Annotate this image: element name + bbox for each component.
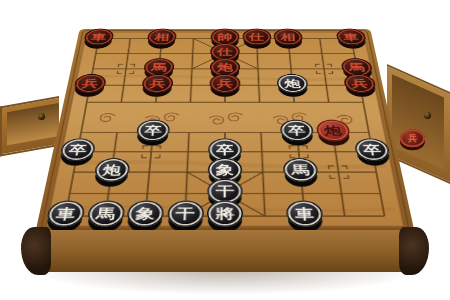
piece-glyph: 干	[175, 207, 195, 221]
black-soldier[interactable]: 卒	[280, 120, 315, 141]
black-elephant[interactable]: 象	[126, 201, 164, 227]
piece-glyph: 兵	[149, 78, 166, 88]
piece-glyph: 炮	[284, 78, 301, 88]
corner-cap-left	[21, 227, 51, 275]
piece-glyph: 車	[91, 33, 108, 42]
piece-glyph: 相	[280, 33, 296, 42]
piece-glyph: 卒	[362, 144, 382, 156]
black-soldier[interactable]: 卒	[59, 139, 97, 161]
left-drawer[interactable]	[0, 96, 59, 156]
black-cannon[interactable]: 炮	[93, 158, 130, 182]
piece-glyph: 炮	[102, 164, 122, 176]
xiangqi-board: 車相帥仕相車仕馬炮馬兵兵兵兵炮炮卒卒卒卒卒炮象馬干車馬象干將車	[35, 29, 414, 232]
piece-glyph: 帥	[217, 33, 232, 42]
red-soldier[interactable]: 兵	[141, 74, 173, 93]
left-drawer-cavity	[7, 103, 59, 145]
red-advisor[interactable]: 仕	[242, 29, 271, 45]
black-horse[interactable]: 馬	[86, 201, 126, 227]
black-chariot[interactable]: 車	[45, 201, 86, 227]
red-captured-soldier[interactable]: 兵	[400, 129, 425, 147]
right-drawer-cavity	[392, 74, 444, 169]
piece-glyph: 兵	[217, 78, 233, 88]
piece-glyph: 炮	[217, 62, 233, 71]
piece-glyph: 車	[343, 33, 360, 42]
red-soldier[interactable]: 兵	[73, 74, 107, 93]
piece-glyph: 車	[294, 207, 314, 221]
piece-glyph: 相	[154, 33, 170, 42]
piece-glyph: 馬	[95, 207, 116, 221]
product-photo-stage: 兵	[0, 0, 450, 300]
piece-glyph: 仕	[217, 47, 233, 56]
piece-glyph: 兵	[351, 78, 369, 88]
piece-glyph: 將	[215, 207, 234, 221]
red-soldier[interactable]: 兵	[343, 74, 377, 93]
piece-glyph: 兵	[81, 78, 99, 88]
piece-glyph: 卒	[68, 144, 88, 156]
black-chariot[interactable]: 車	[286, 201, 324, 227]
piece-glyph: 卒	[144, 125, 162, 136]
piece-glyph: 馬	[151, 62, 168, 71]
red-chariot[interactable]: 車	[83, 29, 115, 45]
piece-glyph: 卒	[216, 144, 234, 156]
red-elephant[interactable]: 相	[147, 29, 177, 45]
piece-glyph: 卒	[288, 125, 306, 136]
red-elephant[interactable]: 相	[273, 29, 303, 45]
black-cannon[interactable]: 炮	[276, 74, 308, 93]
black-horse[interactable]: 馬	[282, 158, 318, 182]
red-soldier[interactable]: 兵	[210, 74, 241, 93]
black-advisor[interactable]: 干	[166, 201, 203, 227]
piece-glyph: 干	[216, 185, 235, 198]
board-front-edge	[31, 230, 420, 272]
piece-glyph: 車	[55, 207, 77, 221]
captured-piece-glyph: 兵	[408, 132, 417, 145]
black-soldier[interactable]: 卒	[354, 139, 392, 161]
red-chariot[interactable]: 車	[335, 29, 367, 45]
black-general[interactable]: 將	[207, 201, 244, 227]
drawer-knob-icon[interactable]	[424, 112, 431, 119]
drawer-knob-icon[interactable]	[38, 113, 45, 120]
red-cannon[interactable]: 炮	[315, 120, 351, 141]
pieces-layer: 車相帥仕相車仕馬炮馬兵兵兵兵炮炮卒卒卒卒卒炮象馬干車馬象干將車	[35, 29, 414, 232]
piece-glyph: 象	[216, 164, 234, 176]
piece-glyph: 仕	[249, 33, 265, 42]
piece-glyph: 炮	[323, 125, 342, 136]
piece-glyph: 象	[135, 207, 155, 221]
piece-glyph: 馬	[291, 164, 310, 176]
black-soldier[interactable]: 卒	[136, 120, 171, 141]
piece-glyph: 馬	[348, 62, 366, 71]
